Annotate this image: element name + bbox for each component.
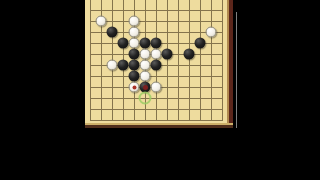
white-stone xyxy=(140,60,151,71)
black-stone xyxy=(195,38,206,49)
grid-horizontal-line xyxy=(90,98,223,99)
white-stone xyxy=(96,16,107,27)
black-stone xyxy=(118,38,129,49)
black-stone xyxy=(129,60,140,71)
white-stone xyxy=(206,27,217,38)
white-stone xyxy=(129,27,140,38)
go-board[interactable] xyxy=(85,0,233,128)
black-stone xyxy=(151,38,162,49)
grid-vertical-line xyxy=(200,0,201,121)
grid-vertical-line xyxy=(189,0,190,121)
white-stone xyxy=(129,38,140,49)
grid-horizontal-line xyxy=(90,10,223,11)
white-stone xyxy=(140,71,151,82)
grid-horizontal-line xyxy=(90,120,223,121)
black-stone xyxy=(107,27,118,38)
grid-vertical-line xyxy=(222,0,223,121)
grid-vertical-line xyxy=(167,0,168,121)
grid-horizontal-line xyxy=(90,109,223,110)
black-stone xyxy=(184,49,195,60)
black-stone xyxy=(129,71,140,82)
last-move-red-dot xyxy=(143,85,148,90)
black-stone xyxy=(118,60,129,71)
side-panel-edge-line xyxy=(236,12,237,128)
black-stone xyxy=(151,60,162,71)
grid-horizontal-line xyxy=(90,76,223,77)
grid-horizontal-line xyxy=(90,21,223,22)
black-stone xyxy=(162,49,173,60)
white-stone xyxy=(151,49,162,60)
white-stone xyxy=(129,16,140,27)
board-right-edge xyxy=(227,0,233,128)
last-move-red-dot xyxy=(132,85,136,89)
grid-vertical-line xyxy=(178,0,179,121)
grid-vertical-line xyxy=(211,0,212,121)
white-stone xyxy=(151,82,162,93)
white-stone xyxy=(107,60,118,71)
white-stone xyxy=(140,49,151,60)
black-stone xyxy=(140,38,151,49)
letterbox-background xyxy=(0,0,320,180)
grid-vertical-line xyxy=(90,0,91,121)
board-bottom-edge xyxy=(85,123,233,128)
white-stone xyxy=(129,82,140,93)
suggested-move-hint-circle[interactable] xyxy=(139,92,152,105)
black-stone xyxy=(129,49,140,60)
